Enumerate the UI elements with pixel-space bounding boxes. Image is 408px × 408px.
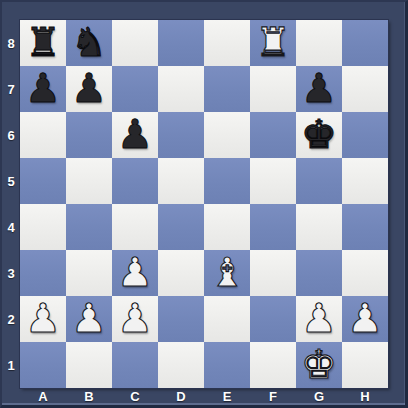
square-g6[interactable]: ♚ [296, 112, 342, 158]
square-b2[interactable]: ♟ [66, 296, 112, 342]
square-g2[interactable]: ♟ [296, 296, 342, 342]
rank-label-6: 6 [7, 129, 14, 142]
square-h2[interactable]: ♟ [342, 296, 388, 342]
square-b6[interactable] [66, 112, 112, 158]
file-labels: ABCDEFGH [20, 388, 388, 405]
square-f1[interactable] [250, 342, 296, 388]
square-f8[interactable]: ♜ [250, 20, 296, 66]
square-b8[interactable]: ♞ [66, 20, 112, 66]
square-c8[interactable] [112, 20, 158, 66]
rank-label-8: 8 [7, 37, 14, 50]
file-label-f: F [269, 390, 277, 403]
square-f3[interactable] [250, 250, 296, 296]
square-d3[interactable] [158, 250, 204, 296]
square-f5[interactable] [250, 158, 296, 204]
piece-white-bishop[interactable]: ♝ [209, 252, 245, 292]
square-c1[interactable] [112, 342, 158, 388]
square-b1[interactable] [66, 342, 112, 388]
square-g7[interactable]: ♟ [296, 66, 342, 112]
square-g3[interactable] [296, 250, 342, 296]
piece-white-pawn[interactable]: ♟ [71, 298, 107, 338]
square-e8[interactable] [204, 20, 250, 66]
square-f2[interactable] [250, 296, 296, 342]
piece-white-pawn[interactable]: ♟ [347, 298, 383, 338]
square-e3[interactable]: ♝ [204, 250, 250, 296]
square-e2[interactable] [204, 296, 250, 342]
square-e7[interactable] [204, 66, 250, 112]
rank-label-4: 4 [7, 221, 14, 234]
rank-label-1: 1 [7, 359, 14, 372]
file-label-h: H [360, 390, 369, 403]
piece-white-pawn[interactable]: ♟ [117, 252, 153, 292]
piece-black-rook[interactable]: ♜ [25, 22, 61, 62]
square-a7[interactable]: ♟ [20, 66, 66, 112]
piece-white-pawn[interactable]: ♟ [117, 298, 153, 338]
square-e1[interactable] [204, 342, 250, 388]
square-h4[interactable] [342, 204, 388, 250]
file-label-b: B [84, 390, 93, 403]
square-g4[interactable] [296, 204, 342, 250]
square-d1[interactable] [158, 342, 204, 388]
square-b4[interactable] [66, 204, 112, 250]
square-f7[interactable] [250, 66, 296, 112]
rank-label-7: 7 [7, 83, 14, 96]
square-h8[interactable] [342, 20, 388, 66]
square-g1[interactable]: ♚ [296, 342, 342, 388]
file-label-d: D [176, 390, 185, 403]
square-a1[interactable] [20, 342, 66, 388]
piece-white-pawn[interactable]: ♟ [25, 298, 61, 338]
square-g8[interactable] [296, 20, 342, 66]
piece-white-pawn[interactable]: ♟ [301, 298, 337, 338]
square-h7[interactable] [342, 66, 388, 112]
piece-black-pawn[interactable]: ♟ [25, 68, 61, 108]
piece-white-king[interactable]: ♚ [301, 344, 337, 384]
square-c5[interactable] [112, 158, 158, 204]
square-a5[interactable] [20, 158, 66, 204]
square-d5[interactable] [158, 158, 204, 204]
square-b3[interactable] [66, 250, 112, 296]
square-e4[interactable] [204, 204, 250, 250]
square-a3[interactable] [20, 250, 66, 296]
square-d4[interactable] [158, 204, 204, 250]
square-b7[interactable]: ♟ [66, 66, 112, 112]
square-g5[interactable] [296, 158, 342, 204]
square-h1[interactable] [342, 342, 388, 388]
square-d8[interactable] [158, 20, 204, 66]
square-h3[interactable] [342, 250, 388, 296]
square-a4[interactable] [20, 204, 66, 250]
square-e5[interactable] [204, 158, 250, 204]
piece-black-king[interactable]: ♚ [301, 114, 337, 154]
square-a6[interactable] [20, 112, 66, 158]
piece-white-rook[interactable]: ♜ [255, 22, 291, 62]
piece-black-knight[interactable]: ♞ [71, 22, 107, 62]
square-d2[interactable] [158, 296, 204, 342]
square-d7[interactable] [158, 66, 204, 112]
chess-board-frame: 87654321 ♜♞♜♟♟♟♟♚♟♝♟♟♟♟♟♚ ABCDEFGH [0, 0, 408, 408]
piece-black-pawn[interactable]: ♟ [71, 68, 107, 108]
square-c4[interactable] [112, 204, 158, 250]
square-c2[interactable]: ♟ [112, 296, 158, 342]
file-label-g: G [314, 390, 324, 403]
rank-label-3: 3 [7, 267, 14, 280]
square-f4[interactable] [250, 204, 296, 250]
square-a8[interactable]: ♜ [20, 20, 66, 66]
square-h5[interactable] [342, 158, 388, 204]
square-a2[interactable]: ♟ [20, 296, 66, 342]
piece-black-pawn[interactable]: ♟ [117, 114, 153, 154]
square-d6[interactable] [158, 112, 204, 158]
rank-label-2: 2 [7, 313, 14, 326]
square-c6[interactable]: ♟ [112, 112, 158, 158]
square-c3[interactable]: ♟ [112, 250, 158, 296]
file-label-e: E [223, 390, 232, 403]
file-label-c: C [130, 390, 139, 403]
square-h6[interactable] [342, 112, 388, 158]
square-b5[interactable] [66, 158, 112, 204]
rank-labels: 87654321 [2, 20, 20, 388]
piece-black-pawn[interactable]: ♟ [301, 68, 337, 108]
square-c7[interactable] [112, 66, 158, 112]
rank-label-5: 5 [7, 175, 14, 188]
square-e6[interactable] [204, 112, 250, 158]
chess-board[interactable]: ♜♞♜♟♟♟♟♚♟♝♟♟♟♟♟♚ [20, 20, 388, 388]
file-label-a: A [38, 390, 47, 403]
square-f6[interactable] [250, 112, 296, 158]
